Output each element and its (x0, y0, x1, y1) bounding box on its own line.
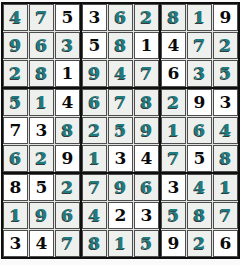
sudoku-cell-r6c3[interactable]: 9 (55, 145, 80, 172)
sudoku-cell-r1c2[interactable]: 7 (29, 4, 54, 31)
sudoku-board: 4759632813625819478194726355147386296782… (1, 2, 240, 259)
sudoku-cell-r7c3[interactable]: 2 (55, 174, 80, 201)
sudoku-cell-r8c7[interactable]: 5 (161, 202, 186, 229)
sudoku-cell-r4c1[interactable]: 5 (3, 89, 28, 116)
sudoku-cell-r1c9[interactable]: 9 (213, 4, 238, 31)
sudoku-cell-r8c1[interactable]: 1 (3, 202, 28, 229)
sudoku-cell-r2c6[interactable]: 1 (134, 32, 159, 59)
sudoku-cell-r7c4[interactable]: 7 (82, 174, 107, 201)
sudoku-cell-r8c6[interactable]: 3 (134, 202, 159, 229)
sudoku-cell-r3c5[interactable]: 4 (108, 60, 133, 87)
sudoku-cell-r9c8[interactable]: 2 (187, 230, 212, 257)
sudoku-cell-r6c9[interactable]: 8 (213, 145, 238, 172)
sudoku-cell-r2c9[interactable]: 2 (213, 32, 238, 59)
sudoku-cell-r8c2[interactable]: 9 (29, 202, 54, 229)
sudoku-box-2: 362581947 (82, 4, 159, 87)
sudoku-cell-r8c3[interactable]: 6 (55, 202, 80, 229)
sudoku-cell-r4c4[interactable]: 6 (82, 89, 107, 116)
sudoku-cell-r1c8[interactable]: 1 (187, 4, 212, 31)
sudoku-cell-r8c8[interactable]: 8 (187, 202, 212, 229)
sudoku-box-3: 819472635 (161, 4, 238, 87)
sudoku-cell-r3c9[interactable]: 5 (213, 60, 238, 87)
sudoku-cell-r7c1[interactable]: 8 (3, 174, 28, 201)
sudoku-cell-r5c7[interactable]: 1 (161, 117, 186, 144)
sudoku-cell-r5c6[interactable]: 9 (134, 117, 159, 144)
sudoku-cell-r7c7[interactable]: 3 (161, 174, 186, 201)
sudoku-box-5: 678259134 (82, 89, 159, 172)
sudoku-cell-r9c7[interactable]: 9 (161, 230, 186, 257)
sudoku-cell-r2c5[interactable]: 8 (108, 32, 133, 59)
sudoku-cell-r3c4[interactable]: 9 (82, 60, 107, 87)
sudoku-cell-r4c8[interactable]: 9 (187, 89, 212, 116)
sudoku-cell-r5c9[interactable]: 4 (213, 117, 238, 144)
sudoku-cell-r1c6[interactable]: 2 (134, 4, 159, 31)
sudoku-cell-r7c6[interactable]: 6 (134, 174, 159, 201)
sudoku-cell-r2c4[interactable]: 5 (82, 32, 107, 59)
sudoku-cell-r9c2[interactable]: 4 (29, 230, 54, 257)
sudoku-cell-r4c5[interactable]: 7 (108, 89, 133, 116)
sudoku-box-9: 341587926 (161, 174, 238, 257)
sudoku-cell-r5c4[interactable]: 2 (82, 117, 107, 144)
sudoku-box-1: 475963281 (3, 4, 80, 87)
sudoku-cell-r4c9[interactable]: 3 (213, 89, 238, 116)
sudoku-cell-r6c4[interactable]: 1 (82, 145, 107, 172)
sudoku-cell-r8c4[interactable]: 4 (82, 202, 107, 229)
sudoku-box-8: 796423815 (82, 174, 159, 257)
sudoku-cell-r7c8[interactable]: 4 (187, 174, 212, 201)
sudoku-cell-r6c2[interactable]: 2 (29, 145, 54, 172)
sudoku-cell-r8c9[interactable]: 7 (213, 202, 238, 229)
sudoku-cell-r6c6[interactable]: 4 (134, 145, 159, 172)
sudoku-cell-r2c1[interactable]: 9 (3, 32, 28, 59)
sudoku-cell-r4c7[interactable]: 2 (161, 89, 186, 116)
sudoku-box-4: 514738629 (3, 89, 80, 172)
sudoku-cell-r5c5[interactable]: 5 (108, 117, 133, 144)
sudoku-cell-r1c5[interactable]: 6 (108, 4, 133, 31)
sudoku-cell-r3c7[interactable]: 6 (161, 60, 186, 87)
sudoku-cell-r8c5[interactable]: 2 (108, 202, 133, 229)
sudoku-cell-r5c3[interactable]: 8 (55, 117, 80, 144)
sudoku-cell-r1c4[interactable]: 3 (82, 4, 107, 31)
sudoku-cell-r3c8[interactable]: 3 (187, 60, 212, 87)
sudoku-cell-r3c2[interactable]: 8 (29, 60, 54, 87)
sudoku-cell-r6c8[interactable]: 5 (187, 145, 212, 172)
sudoku-cell-r3c1[interactable]: 2 (3, 60, 28, 87)
sudoku-cell-r4c3[interactable]: 4 (55, 89, 80, 116)
sudoku-cell-r4c2[interactable]: 1 (29, 89, 54, 116)
sudoku-cell-r5c2[interactable]: 3 (29, 117, 54, 144)
sudoku-cell-r2c3[interactable]: 3 (55, 32, 80, 59)
sudoku-cell-r9c3[interactable]: 7 (55, 230, 80, 257)
sudoku-cell-r7c2[interactable]: 5 (29, 174, 54, 201)
sudoku-cell-r9c1[interactable]: 3 (3, 230, 28, 257)
sudoku-cell-r1c7[interactable]: 8 (161, 4, 186, 31)
sudoku-cell-r5c1[interactable]: 7 (3, 117, 28, 144)
sudoku-cell-r9c5[interactable]: 1 (108, 230, 133, 257)
sudoku-cell-r9c4[interactable]: 8 (82, 230, 107, 257)
sudoku-cell-r7c5[interactable]: 9 (108, 174, 133, 201)
sudoku-cell-r1c1[interactable]: 4 (3, 4, 28, 31)
sudoku-cell-r3c3[interactable]: 1 (55, 60, 80, 87)
sudoku-box-6: 293164758 (161, 89, 238, 172)
sudoku-cell-r3c6[interactable]: 7 (134, 60, 159, 87)
sudoku-cell-r4c6[interactable]: 8 (134, 89, 159, 116)
sudoku-cell-r2c7[interactable]: 4 (161, 32, 186, 59)
sudoku-cell-r9c9[interactable]: 6 (213, 230, 238, 257)
sudoku-cell-r2c2[interactable]: 6 (29, 32, 54, 59)
sudoku-cell-r1c3[interactable]: 5 (55, 4, 80, 31)
sudoku-cell-r7c9[interactable]: 1 (213, 174, 238, 201)
sudoku-cell-r2c8[interactable]: 7 (187, 32, 212, 59)
sudoku-box-7: 852196347 (3, 174, 80, 257)
sudoku-cell-r6c5[interactable]: 3 (108, 145, 133, 172)
sudoku-cell-r5c8[interactable]: 6 (187, 117, 212, 144)
sudoku-cell-r6c1[interactable]: 6 (3, 145, 28, 172)
sudoku-cell-r9c6[interactable]: 5 (134, 230, 159, 257)
sudoku-cell-r6c7[interactable]: 7 (161, 145, 186, 172)
